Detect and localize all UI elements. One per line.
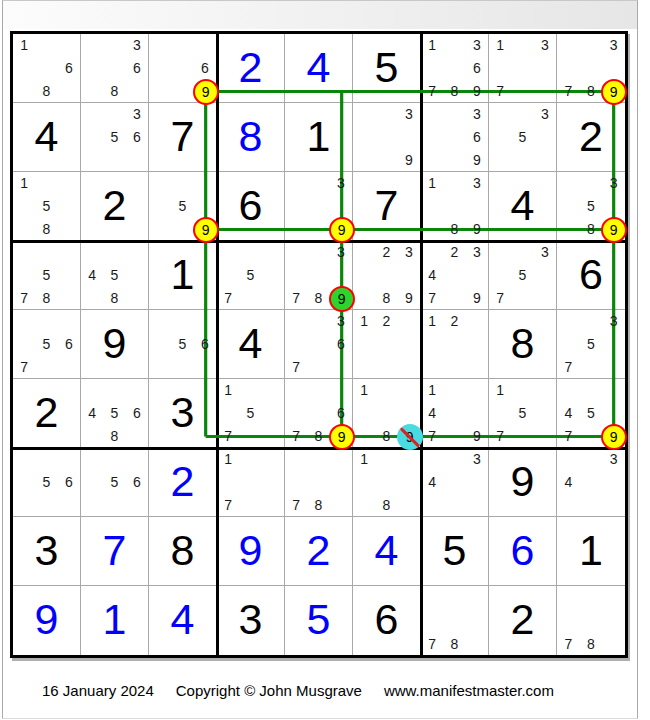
- pencil-slot-empty: [557, 586, 580, 609]
- pencil-slot-empty: [103, 148, 125, 171]
- cell-r7c7[interactable]: 34: [421, 448, 489, 517]
- pencil-slot-empty: [489, 126, 511, 149]
- pencil-mark: 5: [35, 333, 57, 356]
- pencil-slot-empty: [330, 355, 352, 378]
- pencil-slot-empty: [239, 471, 261, 494]
- cell-r2c1[interactable]: 4: [13, 103, 81, 172]
- cell-r4c7[interactable]: 23479: [421, 241, 489, 310]
- pencil-slot-empty: [511, 424, 533, 447]
- cell-r6c2[interactable]: 4568: [81, 379, 149, 448]
- pencil-slot-empty: [511, 79, 533, 102]
- pencil-mark: 8: [103, 79, 125, 102]
- pencil-marks: 137: [489, 34, 556, 102]
- pencil-slot-empty: [285, 471, 307, 494]
- given-digit: 9: [81, 310, 148, 378]
- pencil-mark: 7: [217, 424, 239, 447]
- pencil-mark: 1: [489, 379, 511, 402]
- pencil-slot-empty: [307, 379, 329, 402]
- pencil-mark: 6: [466, 126, 488, 149]
- cell-r5c2[interactable]: 9: [81, 310, 149, 379]
- pencil-slot-empty: [534, 379, 556, 402]
- solved-digit: 7: [81, 517, 148, 585]
- pencil-mark: 3: [602, 172, 625, 195]
- pencil-slot-empty: [557, 195, 580, 218]
- pencil-slot-empty: [307, 217, 329, 240]
- cell-r9c5[interactable]: 5: [285, 586, 353, 655]
- cell-r4c8[interactable]: 357: [489, 241, 557, 310]
- cell-r6c7[interactable]: 1479: [421, 379, 489, 448]
- cell-r9c8[interactable]: 2: [489, 586, 557, 655]
- pencil-slot-empty: [443, 402, 465, 425]
- cell-r8c4[interactable]: 9: [217, 517, 285, 586]
- cell-r6c4[interactable]: 157: [217, 379, 285, 448]
- pencil-slot-empty: [330, 195, 352, 218]
- pencil-slot-empty: [421, 126, 443, 149]
- pencil-mark: 6: [126, 126, 148, 149]
- pencil-slot-empty: [330, 379, 352, 402]
- pencil-slot-empty: [443, 424, 465, 447]
- cell-r1c1[interactable]: 168: [13, 34, 81, 103]
- given-digit: 7: [149, 103, 216, 171]
- cell-r8c5[interactable]: 2: [285, 517, 353, 586]
- pencil-marks: 18: [353, 448, 420, 516]
- pencil-marks: 458: [81, 241, 148, 309]
- pencil-mark: 1: [217, 379, 239, 402]
- pencil-marks: 56: [13, 448, 80, 516]
- pencil-marks: 17: [217, 448, 284, 516]
- cell-r8c6[interactable]: 4: [353, 517, 421, 586]
- cell-r5c6[interactable]: 12: [353, 310, 421, 379]
- pencil-marks: 2389: [353, 241, 420, 309]
- pencil-mark: 6: [126, 471, 148, 494]
- pencil-slot-empty: [194, 34, 216, 57]
- pencil-marks: 23479: [421, 241, 488, 309]
- cell-r7c1[interactable]: 56: [13, 448, 81, 517]
- pencil-mark: 7: [285, 286, 307, 309]
- cell-r5c3[interactable]: 56: [149, 310, 217, 379]
- pencil-marks: 12: [421, 310, 488, 378]
- pencil-slot-empty: [443, 34, 465, 57]
- pencil-mark: 7: [489, 79, 511, 102]
- pencil-slot-empty: [443, 493, 465, 516]
- pencil-slot-empty: [81, 103, 103, 126]
- pencil-mark: 5: [511, 126, 533, 149]
- pencil-slot-empty: [421, 217, 443, 240]
- cell-r6c8[interactable]: 157: [489, 379, 557, 448]
- solved-digit: 5: [285, 586, 352, 655]
- pencil-slot-empty: [557, 34, 580, 57]
- pencil-mark: 5: [103, 264, 125, 287]
- pencil-mark: 8: [443, 217, 465, 240]
- pencil-marks: 39: [353, 103, 420, 171]
- pencil-slot-empty: [262, 493, 284, 516]
- cell-r5c8[interactable]: 8: [489, 310, 557, 379]
- cell-r2c3[interactable]: 7: [149, 103, 217, 172]
- pencil-marks: 78: [285, 448, 352, 516]
- pencil-marks: 367: [285, 310, 352, 378]
- pencil-slot-empty: [375, 126, 397, 149]
- solved-digit: 2: [217, 34, 284, 102]
- pencil-slot-empty: [443, 609, 465, 632]
- cell-r7c9[interactable]: 34: [557, 448, 625, 517]
- pencil-slot-empty: [285, 195, 307, 218]
- pencil-slot-empty: [353, 148, 375, 171]
- cell-r8c3[interactable]: 8: [149, 517, 217, 586]
- pencil-mark: 3: [534, 103, 556, 126]
- pencil-slot-empty: [239, 286, 261, 309]
- cell-r9c4[interactable]: 3: [217, 586, 285, 655]
- pencil-slot-empty: [466, 471, 488, 494]
- cell-r4c1[interactable]: 578: [13, 241, 81, 310]
- pencil-marks: 157: [489, 379, 556, 447]
- pencil-slot-empty: [534, 148, 556, 171]
- solved-digit: 2: [285, 517, 352, 585]
- pencil-slot-empty: [466, 586, 488, 609]
- pencil-slot-empty: [307, 402, 329, 425]
- pencil-slot-empty: [443, 448, 465, 471]
- pencil-slot-empty: [330, 493, 352, 516]
- cell-r2c8[interactable]: 35: [489, 103, 557, 172]
- cell-r9c9[interactable]: 78: [557, 586, 625, 655]
- pencil-slot-empty: [353, 471, 375, 494]
- pencil-slot-empty: [330, 264, 352, 287]
- pencil-slot-empty: [171, 310, 193, 333]
- pencil-slot-empty: [466, 310, 488, 333]
- pencil-mark: 7: [13, 286, 35, 309]
- pencil-slot-empty: [81, 448, 103, 471]
- pencil-mark: 6: [58, 57, 80, 80]
- pencil-slot-empty: [58, 217, 80, 240]
- solved-digit: 9: [217, 517, 284, 585]
- pencil-marks: 356: [81, 103, 148, 171]
- pencil-marks: 1389: [421, 172, 488, 240]
- pencil-mark: 6: [330, 333, 352, 356]
- chain-node-on-r3c9: 9: [601, 217, 627, 243]
- pencil-mark: 3: [602, 34, 625, 57]
- pencil-mark: 5: [239, 264, 261, 287]
- cell-r1c7[interactable]: 136789: [421, 34, 489, 103]
- pencil-slot-empty: [239, 493, 261, 516]
- cell-r1c2[interactable]: 368: [81, 34, 149, 103]
- pencil-slot-empty: [421, 448, 443, 471]
- cell-r9c2[interactable]: 1: [81, 586, 149, 655]
- pencil-slot-empty: [126, 148, 148, 171]
- pencil-mark: 8: [580, 632, 603, 655]
- pencil-slot-empty: [171, 172, 193, 195]
- pencil-slot-empty: [330, 471, 352, 494]
- pencil-mark: 1: [421, 34, 443, 57]
- pencil-slot-empty: [398, 355, 420, 378]
- pencil-marks: 168: [13, 34, 80, 102]
- pencil-mark: 3: [398, 241, 420, 264]
- pencil-mark: 7: [13, 355, 35, 378]
- pencil-slot-empty: [13, 241, 35, 264]
- cell-r7c8[interactable]: 9: [489, 448, 557, 517]
- pencil-slot-empty: [602, 379, 625, 402]
- pencil-slot-empty: [285, 217, 307, 240]
- sudoku-board: 1683686924513678913737894356781393693521…: [10, 31, 628, 658]
- cell-r8c7[interactable]: 5: [421, 517, 489, 586]
- given-digit: 5: [353, 34, 420, 102]
- pencil-slot-empty: [262, 286, 284, 309]
- pencil-mark: 7: [489, 286, 511, 309]
- pencil-marks: 158: [13, 172, 80, 240]
- given-digit: 4: [217, 310, 284, 378]
- cell-r9c1[interactable]: 9: [13, 586, 81, 655]
- cell-r5c7[interactable]: 12: [421, 310, 489, 379]
- pencil-slot-empty: [580, 448, 603, 471]
- pencil-slot-empty: [534, 264, 556, 287]
- pencil-slot-empty: [443, 148, 465, 171]
- pencil-slot-empty: [307, 333, 329, 356]
- pencil-slot-empty: [443, 586, 465, 609]
- app-window: 1683686924513678913737894356781393693521…: [2, 0, 638, 719]
- cell-r7c2[interactable]: 56: [81, 448, 149, 517]
- cell-grid: 1683686924513678913737894356781393693521…: [13, 34, 625, 655]
- pencil-slot-empty: [81, 126, 103, 149]
- cell-r9c3[interactable]: 4: [149, 586, 217, 655]
- pencil-mark: 1: [353, 310, 375, 333]
- pencil-slot-empty: [580, 310, 603, 333]
- pencil-mark: 1: [353, 379, 375, 402]
- pencil-slot-empty: [602, 632, 625, 655]
- pencil-mark: 7: [421, 286, 443, 309]
- pencil-slot-empty: [194, 355, 216, 378]
- pencil-mark: 8: [307, 493, 329, 516]
- cell-r4c6[interactable]: 2389: [353, 241, 421, 310]
- cell-r9c6[interactable]: 6: [353, 586, 421, 655]
- cell-r9c7[interactable]: 78: [421, 586, 489, 655]
- cell-r8c8[interactable]: 6: [489, 517, 557, 586]
- pencil-slot-empty: [375, 264, 397, 287]
- pencil-mark: 2: [375, 310, 397, 333]
- pencil-slot-empty: [580, 57, 603, 80]
- pencil-mark: 9: [466, 217, 488, 240]
- pencil-mark: 8: [443, 632, 465, 655]
- pencil-mark: 4: [557, 471, 580, 494]
- pencil-mark: 8: [580, 217, 603, 240]
- pencil-mark: 5: [35, 264, 57, 287]
- pencil-mark: 1: [217, 448, 239, 471]
- pencil-slot-empty: [171, 34, 193, 57]
- cell-r7c3[interactable]: 2: [149, 448, 217, 517]
- pencil-mark: 3: [534, 34, 556, 57]
- pencil-slot-empty: [285, 264, 307, 287]
- pencil-mark: 8: [35, 286, 57, 309]
- pencil-mark: 4: [81, 264, 103, 287]
- pencil-slot-empty: [534, 126, 556, 149]
- cell-r8c1[interactable]: 3: [13, 517, 81, 586]
- pencil-slot-empty: [353, 424, 375, 447]
- pencil-marks: 357: [489, 241, 556, 309]
- pencil-mark: 6: [58, 471, 80, 494]
- pencil-slot-empty: [103, 34, 125, 57]
- cell-r7c4[interactable]: 17: [217, 448, 285, 517]
- given-digit: 8: [149, 517, 216, 585]
- pencil-mark: 3: [466, 241, 488, 264]
- pencil-slot-empty: [81, 424, 103, 447]
- pencil-slot-empty: [285, 172, 307, 195]
- cell-r7c6[interactable]: 18: [353, 448, 421, 517]
- pencil-slot-empty: [353, 241, 375, 264]
- footer: 16 January 2024Copyright © John Musgrave…: [3, 682, 637, 699]
- pencil-mark: 9: [398, 286, 420, 309]
- pencil-mark: 6: [58, 333, 80, 356]
- cell-r4c2[interactable]: 458: [81, 241, 149, 310]
- cell-r4c3[interactable]: 1: [149, 241, 217, 310]
- pencil-slot-empty: [466, 379, 488, 402]
- cell-r2c4[interactable]: 8: [217, 103, 285, 172]
- pencil-slot-empty: [511, 286, 533, 309]
- cell-r8c9[interactable]: 1: [557, 517, 625, 586]
- pencil-mark: 5: [511, 264, 533, 287]
- pencil-slot-empty: [557, 493, 580, 516]
- pencil-slot-empty: [398, 448, 420, 471]
- pencil-slot-empty: [307, 310, 329, 333]
- pencil-slot-empty: [13, 493, 35, 516]
- pencil-mark: 7: [285, 424, 307, 447]
- cell-r6c1[interactable]: 2: [13, 379, 81, 448]
- pencil-mark: 5: [35, 471, 57, 494]
- pencil-slot-empty: [421, 609, 443, 632]
- solved-digit: 2: [149, 448, 216, 516]
- cell-r2c5[interactable]: 1: [285, 103, 353, 172]
- cell-r5c9[interactable]: 357: [557, 310, 625, 379]
- pencil-slot-empty: [239, 424, 261, 447]
- pencil-slot-empty: [443, 379, 465, 402]
- pencil-mark: 3: [466, 103, 488, 126]
- pencil-slot-empty: [81, 148, 103, 171]
- cell-r8c2[interactable]: 7: [81, 517, 149, 586]
- pencil-slot-empty: [398, 310, 420, 333]
- pencil-slot-empty: [421, 195, 443, 218]
- cell-r3c8[interactable]: 4: [489, 172, 557, 241]
- pencil-mark: 5: [35, 195, 57, 218]
- cell-r2c9[interactable]: 2: [557, 103, 625, 172]
- cell-r1c5[interactable]: 4: [285, 34, 353, 103]
- pencil-slot-empty: [35, 355, 57, 378]
- pencil-slot-empty: [149, 172, 171, 195]
- pencil-slot-empty: [489, 264, 511, 287]
- pencil-slot-empty: [443, 57, 465, 80]
- pencil-mark: 6: [330, 402, 352, 425]
- solved-digit: 9: [13, 586, 80, 655]
- pencil-marks: 136789: [421, 34, 488, 102]
- solved-digit: 4: [285, 34, 352, 102]
- pencil-slot-empty: [58, 264, 80, 287]
- pencil-slot-empty: [262, 241, 284, 264]
- pencil-mark: 9: [466, 79, 488, 102]
- pencil-slot-empty: [466, 333, 488, 356]
- chain-node-on-r1c9: 9: [601, 79, 627, 105]
- pencil-mark: 4: [421, 471, 443, 494]
- pencil-marks: 4568: [81, 379, 148, 447]
- pencil-slot-empty: [171, 57, 193, 80]
- pencil-slot-empty: [398, 471, 420, 494]
- pencil-slot-empty: [35, 241, 57, 264]
- pencil-slot-empty: [398, 493, 420, 516]
- pencil-marks: 12: [353, 310, 420, 378]
- pencil-slot-empty: [103, 241, 125, 264]
- pencil-slot-empty: [466, 493, 488, 516]
- cell-r1c8[interactable]: 137: [489, 34, 557, 103]
- cell-r4c9[interactable]: 6: [557, 241, 625, 310]
- given-digit: 6: [353, 586, 420, 655]
- pencil-slot-empty: [35, 57, 57, 80]
- pencil-mark: 6: [126, 402, 148, 425]
- pencil-marks: 78: [557, 586, 625, 655]
- pencil-slot-empty: [489, 402, 511, 425]
- cell-r5c4[interactable]: 4: [217, 310, 285, 379]
- chain-node-on-r6c9: 9: [601, 424, 627, 450]
- pencil-slot-empty: [375, 402, 397, 425]
- pencil-slot-empty: [103, 448, 125, 471]
- pencil-slot-empty: [421, 241, 443, 264]
- given-digit: 3: [217, 586, 284, 655]
- cell-r3c2[interactable]: 2: [81, 172, 149, 241]
- pencil-slot-empty: [534, 286, 556, 309]
- cell-r5c1[interactable]: 567: [13, 310, 81, 379]
- pencil-mark: 1: [353, 448, 375, 471]
- cell-r5c5[interactable]: 367: [285, 310, 353, 379]
- pencil-marks: 567: [13, 310, 80, 378]
- pencil-slot-empty: [421, 103, 443, 126]
- pencil-slot-empty: [489, 241, 511, 264]
- pencil-mark: 5: [171, 195, 193, 218]
- pencil-slot-empty: [81, 241, 103, 264]
- pencil-mark: 7: [489, 424, 511, 447]
- pencil-mark: 5: [103, 471, 125, 494]
- pencil-slot-empty: [13, 195, 35, 218]
- cell-r3c4[interactable]: 6: [217, 172, 285, 241]
- pencil-slot-empty: [103, 103, 125, 126]
- cell-r2c2[interactable]: 356: [81, 103, 149, 172]
- cell-r1c4[interactable]: 2: [217, 34, 285, 103]
- cell-r2c6[interactable]: 39: [353, 103, 421, 172]
- given-digit: 3: [13, 517, 80, 585]
- pencil-slot-empty: [557, 609, 580, 632]
- pencil-mark: 5: [103, 402, 125, 425]
- pencil-slot-empty: [149, 34, 171, 57]
- pencil-slot-empty: [149, 355, 171, 378]
- cell-r3c7[interactable]: 1389: [421, 172, 489, 241]
- pencil-slot-empty: [534, 79, 556, 102]
- pencil-slot-empty: [466, 264, 488, 287]
- cell-r3c6[interactable]: 7: [353, 172, 421, 241]
- chain-node-on-r1c3: 9: [193, 79, 219, 105]
- pencil-mark: 3: [126, 34, 148, 57]
- pencil-slot-empty: [58, 286, 80, 309]
- pencil-slot-empty: [171, 217, 193, 240]
- cell-r7c5[interactable]: 78: [285, 448, 353, 517]
- pencil-slot-empty: [602, 493, 625, 516]
- footer-date: 16 January 2024: [42, 682, 154, 699]
- pencil-slot-empty: [35, 34, 57, 57]
- given-digit: 2: [13, 379, 80, 447]
- pencil-slot-empty: [285, 310, 307, 333]
- pencil-mark: 3: [126, 103, 148, 126]
- pencil-slot-empty: [171, 79, 193, 102]
- pencil-slot-empty: [149, 310, 171, 333]
- given-digit: 1: [557, 517, 625, 585]
- cell-r1c6[interactable]: 5: [353, 34, 421, 103]
- pencil-slot-empty: [81, 471, 103, 494]
- cell-r4c4[interactable]: 57: [217, 241, 285, 310]
- cell-r2c7[interactable]: 369: [421, 103, 489, 172]
- cell-r3c1[interactable]: 158: [13, 172, 81, 241]
- pencil-slot-empty: [353, 103, 375, 126]
- cell-r6c3[interactable]: 3: [149, 379, 217, 448]
